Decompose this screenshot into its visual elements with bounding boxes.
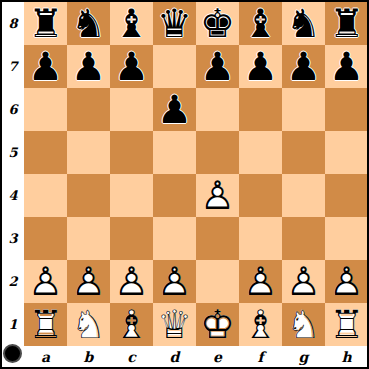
square-c1[interactable]: ♝♗ bbox=[110, 303, 153, 346]
chess-diagram: 87654321 ♜♞♝♛♚♝♞♜♟♟♟♟♟♟♟♟♟♙♟♙♟♙♟♙♟♙♟♙♟♙♟… bbox=[0, 0, 369, 369]
square-c5[interactable] bbox=[110, 131, 153, 174]
file-label-e: e bbox=[196, 346, 239, 367]
white-knight-b1: ♞♘ bbox=[67, 303, 110, 346]
square-a3[interactable] bbox=[24, 217, 67, 260]
square-a8[interactable]: ♜ bbox=[24, 2, 67, 45]
square-g8[interactable]: ♞ bbox=[282, 2, 325, 45]
square-h3[interactable] bbox=[325, 217, 368, 260]
black-pawn-f7: ♟ bbox=[239, 45, 282, 88]
black-rook-h8: ♜ bbox=[325, 2, 368, 45]
square-b8[interactable]: ♞ bbox=[67, 2, 110, 45]
black-pawn-b7: ♟ bbox=[67, 45, 110, 88]
square-g2[interactable]: ♟♙ bbox=[282, 260, 325, 303]
square-a4[interactable] bbox=[24, 174, 67, 217]
rank-label-7: 7 bbox=[2, 45, 24, 88]
white-pawn-c2: ♟♙ bbox=[110, 260, 153, 303]
square-d8[interactable]: ♛ bbox=[153, 2, 196, 45]
square-f7[interactable]: ♟ bbox=[239, 45, 282, 88]
black-queen-d8: ♛ bbox=[153, 2, 196, 45]
file-labels: abcdefgh bbox=[24, 346, 368, 367]
square-g3[interactable] bbox=[282, 217, 325, 260]
black-pawn-d6: ♟ bbox=[153, 88, 196, 131]
square-c7[interactable]: ♟ bbox=[110, 45, 153, 88]
white-pawn-d2: ♟♙ bbox=[153, 260, 196, 303]
square-h8[interactable]: ♜ bbox=[325, 2, 368, 45]
square-c6[interactable] bbox=[110, 88, 153, 131]
square-g7[interactable]: ♟ bbox=[282, 45, 325, 88]
rank-label-6: 6 bbox=[2, 88, 24, 131]
square-a2[interactable]: ♟♙ bbox=[24, 260, 67, 303]
black-pawn-g7: ♟ bbox=[282, 45, 325, 88]
square-b7[interactable]: ♟ bbox=[67, 45, 110, 88]
rank-label-2: 2 bbox=[2, 260, 24, 303]
rank-label-3: 3 bbox=[2, 217, 24, 260]
file-label-f: f bbox=[239, 346, 282, 367]
square-f8[interactable]: ♝ bbox=[239, 2, 282, 45]
square-d4[interactable] bbox=[153, 174, 196, 217]
square-e6[interactable] bbox=[196, 88, 239, 131]
square-d5[interactable] bbox=[153, 131, 196, 174]
square-f2[interactable]: ♟♙ bbox=[239, 260, 282, 303]
square-g5[interactable] bbox=[282, 131, 325, 174]
rank-label-1: 1 bbox=[2, 303, 24, 346]
square-b6[interactable] bbox=[67, 88, 110, 131]
white-bishop-c1: ♝♗ bbox=[110, 303, 153, 346]
square-d7[interactable] bbox=[153, 45, 196, 88]
rank-labels: 87654321 bbox=[2, 2, 24, 346]
black-pawn-e7: ♟ bbox=[196, 45, 239, 88]
square-h4[interactable] bbox=[325, 174, 368, 217]
white-knight-g1: ♞♘ bbox=[282, 303, 325, 346]
square-c3[interactable] bbox=[110, 217, 153, 260]
square-h1[interactable]: ♜♖ bbox=[325, 303, 368, 346]
rank-label-5: 5 bbox=[2, 131, 24, 174]
file-label-b: b bbox=[67, 346, 110, 367]
square-e5[interactable] bbox=[196, 131, 239, 174]
square-b3[interactable] bbox=[67, 217, 110, 260]
white-bishop-f1: ♝♗ bbox=[239, 303, 282, 346]
white-pawn-f2: ♟♙ bbox=[239, 260, 282, 303]
square-a1[interactable]: ♜♖ bbox=[24, 303, 67, 346]
square-b2[interactable]: ♟♙ bbox=[67, 260, 110, 303]
file-label-c: c bbox=[110, 346, 153, 367]
square-e7[interactable]: ♟ bbox=[196, 45, 239, 88]
square-c4[interactable] bbox=[110, 174, 153, 217]
file-label-d: d bbox=[153, 346, 196, 367]
black-bishop-c8: ♝ bbox=[110, 2, 153, 45]
square-f6[interactable] bbox=[239, 88, 282, 131]
square-e2[interactable] bbox=[196, 260, 239, 303]
white-pawn-e4: ♟♙ bbox=[196, 174, 239, 217]
square-e1[interactable]: ♚♔ bbox=[196, 303, 239, 346]
file-label-h: h bbox=[325, 346, 368, 367]
black-to-move-indicator bbox=[3, 344, 22, 363]
white-pawn-h2: ♟♙ bbox=[325, 260, 368, 303]
rank-label-8: 8 bbox=[2, 2, 24, 45]
square-d6[interactable]: ♟ bbox=[153, 88, 196, 131]
square-e4[interactable]: ♟♙ bbox=[196, 174, 239, 217]
square-h7[interactable]: ♟ bbox=[325, 45, 368, 88]
black-pawn-h7: ♟ bbox=[325, 45, 368, 88]
square-b5[interactable] bbox=[67, 131, 110, 174]
white-rook-a1: ♜♖ bbox=[24, 303, 67, 346]
black-knight-g8: ♞ bbox=[282, 2, 325, 45]
white-pawn-g2: ♟♙ bbox=[282, 260, 325, 303]
square-g4[interactable] bbox=[282, 174, 325, 217]
white-pawn-b2: ♟♙ bbox=[67, 260, 110, 303]
black-pawn-a7: ♟ bbox=[24, 45, 67, 88]
square-g1[interactable]: ♞♘ bbox=[282, 303, 325, 346]
square-e8[interactable]: ♚ bbox=[196, 2, 239, 45]
file-label-a: a bbox=[24, 346, 67, 367]
square-a7[interactable]: ♟ bbox=[24, 45, 67, 88]
square-g6[interactable] bbox=[282, 88, 325, 131]
square-f3[interactable] bbox=[239, 217, 282, 260]
white-pawn-a2: ♟♙ bbox=[24, 260, 67, 303]
chess-board: ♜♞♝♛♚♝♞♜♟♟♟♟♟♟♟♟♟♙♟♙♟♙♟♙♟♙♟♙♟♙♟♙♜♖♞♘♝♗♛♕… bbox=[24, 2, 368, 346]
square-b1[interactable]: ♞♘ bbox=[67, 303, 110, 346]
square-d2[interactable]: ♟♙ bbox=[153, 260, 196, 303]
square-h2[interactable]: ♟♙ bbox=[325, 260, 368, 303]
square-h6[interactable] bbox=[325, 88, 368, 131]
square-f4[interactable] bbox=[239, 174, 282, 217]
black-knight-b8: ♞ bbox=[67, 2, 110, 45]
black-pawn-c7: ♟ bbox=[110, 45, 153, 88]
black-king-e8: ♚ bbox=[196, 2, 239, 45]
square-f5[interactable] bbox=[239, 131, 282, 174]
white-queen-d1: ♛♕ bbox=[153, 303, 196, 346]
square-h5[interactable] bbox=[325, 131, 368, 174]
file-label-g: g bbox=[282, 346, 325, 367]
white-king-e1: ♚♔ bbox=[196, 303, 239, 346]
square-d1[interactable]: ♛♕ bbox=[153, 303, 196, 346]
square-a6[interactable] bbox=[24, 88, 67, 131]
square-c8[interactable]: ♝ bbox=[110, 2, 153, 45]
square-a5[interactable] bbox=[24, 131, 67, 174]
square-e3[interactable] bbox=[196, 217, 239, 260]
square-d3[interactable] bbox=[153, 217, 196, 260]
square-b4[interactable] bbox=[67, 174, 110, 217]
black-rook-a8: ♜ bbox=[24, 2, 67, 45]
square-f1[interactable]: ♝♗ bbox=[239, 303, 282, 346]
black-bishop-f8: ♝ bbox=[239, 2, 282, 45]
square-c2[interactable]: ♟♙ bbox=[110, 260, 153, 303]
white-rook-h1: ♜♖ bbox=[325, 303, 368, 346]
rank-label-4: 4 bbox=[2, 174, 24, 217]
